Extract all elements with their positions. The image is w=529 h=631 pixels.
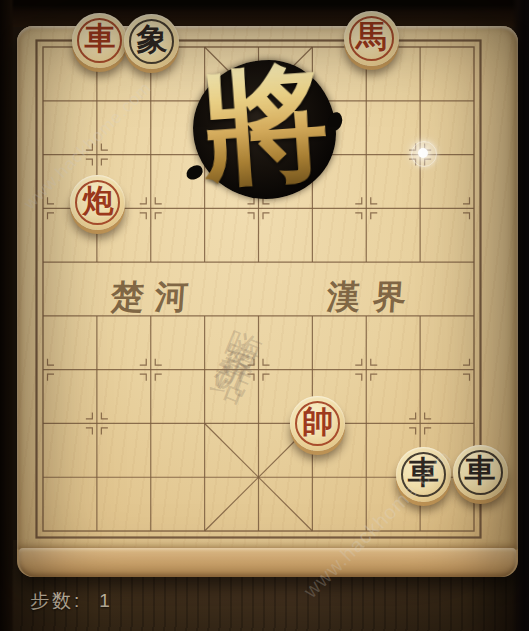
piece-character: 帥	[290, 396, 345, 451]
piece-character: 馬	[344, 11, 399, 66]
piece-character: 炮	[70, 175, 125, 230]
xiangqi-app-screen: 楚河 漢界 車象馬炮帥車車 將 www.hackhome.com www.hac…	[0, 0, 529, 631]
table-shadow-left	[0, 0, 14, 631]
piece-character: 車	[453, 445, 508, 500]
piece-red-general[interactable]: 帥	[290, 396, 345, 451]
step-counter-value: 1	[99, 590, 113, 611]
piece-black-chariot-1[interactable]: 車	[396, 447, 451, 502]
step-counter: 步数:1	[30, 588, 113, 614]
piece-character: 車	[72, 13, 127, 68]
piece-black-chariot-2[interactable]: 車	[453, 445, 508, 500]
board-front-edge	[19, 548, 516, 577]
piece-red-chariot[interactable]: 車	[72, 13, 127, 68]
piece-red-cannon[interactable]: 炮	[70, 175, 125, 230]
piece-red-horse[interactable]: 馬	[344, 11, 399, 66]
piece-black-elephant[interactable]: 象	[124, 14, 179, 69]
step-counter-label: 步数:	[30, 590, 82, 611]
piece-character: 車	[396, 447, 451, 502]
piece-character: 象	[124, 14, 179, 69]
